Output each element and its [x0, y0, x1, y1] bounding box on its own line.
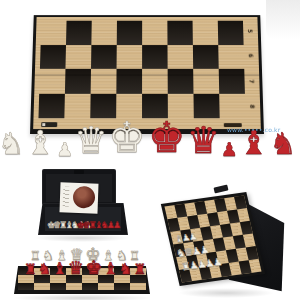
board-wood-panel: ♝♟♟ ♞♛♟♟ ♜♟♟♟♟	[164, 195, 261, 282]
dark-square	[65, 69, 91, 94]
card-text-lines	[63, 186, 70, 206]
rank-label: 6	[245, 43, 258, 68]
fold-seam	[35, 74, 259, 75]
red-knight-piece: ♞	[269, 130, 296, 159]
red-pieces-in-tray: ♚♛♜♝♞♟♟	[77, 221, 119, 230]
light-square	[66, 283, 82, 290]
dark-square	[167, 21, 193, 45]
light-square	[130, 283, 146, 290]
website-watermark: www.•••••.co.kr	[227, 126, 289, 133]
rank-label: 7	[245, 68, 259, 93]
light-square	[34, 283, 50, 290]
white-knight-piece: ♞	[0, 130, 25, 159]
light-square	[98, 283, 114, 290]
dark-square	[142, 45, 168, 69]
setup-board-scene: ♜ ♞ ♝ ♛ ♚ ♝ ♞ ♜ ♜ ♞ ♝ ♛ ♚ ♝ ♞ ♜	[12, 240, 154, 300]
dark-square	[117, 21, 142, 45]
white-bishop-piece: ♝	[26, 127, 56, 158]
dark-square	[193, 45, 219, 69]
light-square	[39, 69, 65, 94]
dark-square	[82, 283, 98, 290]
white-pawn-piece: ♟	[56, 140, 73, 158]
product-photo: 5 6 7 8 ♜ ♞ ♝ ♟ ♛ ♚ ♚ ♛ ♟ ♝ ♞ ♜ www.••••…	[0, 0, 300, 300]
light-square	[91, 69, 117, 94]
light-square	[117, 45, 143, 69]
magnet-photo-circle	[73, 186, 96, 209]
rank-label: 5	[244, 19, 257, 44]
folded-board-face: ♝♟♟ ♞♛♟♟ ♜♟♟♟♟	[161, 192, 265, 286]
light-square	[65, 45, 91, 69]
red-bishop-piece: ♝	[103, 261, 117, 276]
dark-square	[168, 69, 194, 94]
background-tint	[266, 0, 300, 40]
dark-square	[66, 21, 92, 45]
dark-square	[116, 69, 142, 94]
light-square	[142, 21, 167, 45]
dark-square	[219, 69, 245, 94]
light-square	[193, 21, 219, 45]
red-pawn-piece: ♟	[221, 140, 238, 158]
light-square	[218, 45, 244, 69]
red-knight-piece: ♞	[119, 262, 132, 276]
insert-card	[59, 182, 98, 213]
red-rook-piece: ♜	[24, 263, 37, 276]
red-queen-piece: ♛	[187, 123, 220, 158]
light-square	[193, 69, 219, 94]
light-square	[41, 21, 67, 45]
red-king-piece: ♚	[85, 258, 102, 276]
red-king-piece: ♚	[148, 118, 186, 158]
dark-square	[50, 283, 66, 290]
dark-square	[18, 283, 34, 290]
dark-square	[91, 45, 117, 69]
light-square	[167, 45, 193, 69]
red-queen-piece: ♛	[68, 259, 84, 276]
red-front-row: ♜ ♞ ♝ ♛ ♚ ♝ ♞ ♜	[24, 248, 146, 276]
dark-square	[218, 21, 244, 45]
red-bishop-piece: ♝	[52, 261, 66, 276]
light-square	[142, 69, 168, 94]
red-knight-piece: ♞	[38, 262, 51, 276]
carry-case: ♚♛♜♝♞♟♟ ♚♛♜♝♞♟♟	[36, 165, 130, 239]
light-square	[249, 259, 262, 273]
white-queen-piece: ♛	[74, 123, 107, 158]
light-square	[91, 21, 117, 45]
board-clasp	[214, 185, 229, 194]
dark-square	[114, 283, 130, 290]
white-king-piece: ♚	[108, 118, 146, 158]
dark-square	[40, 45, 66, 69]
red-rook-piece: ♜	[133, 263, 146, 276]
red-rook-piece: ♜	[297, 130, 300, 158]
folded-standing-board: ♝♟♟ ♞♛♟♟ ♜♟♟♟♟	[162, 180, 288, 296]
